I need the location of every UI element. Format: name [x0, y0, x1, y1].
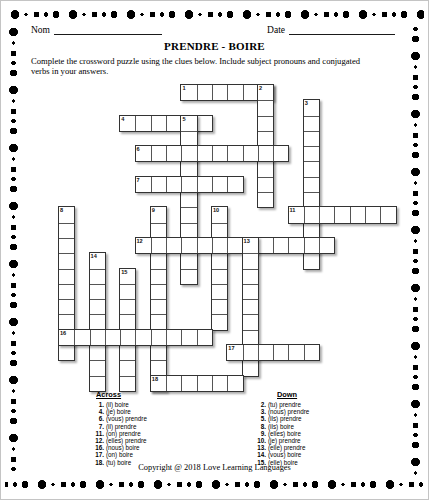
clue-item-text: (vous) prendre	[106, 415, 147, 422]
crossword-cell[interactable]	[90, 284, 105, 299]
crossword-cell[interactable]	[258, 131, 273, 146]
crossword-cell[interactable]	[59, 284, 74, 299]
word-12-across: 12	[135, 237, 336, 254]
crossword-cell[interactable]	[243, 269, 258, 284]
clue-item-number: 6.	[91, 415, 104, 422]
clue-item-number: 12.	[91, 437, 104, 444]
crossword-cell[interactable]	[304, 116, 319, 131]
crossword-cell[interactable]	[181, 177, 196, 192]
crossword-cell[interactable]	[151, 284, 166, 299]
crossword-cell[interactable]	[181, 269, 196, 284]
crossword-cell[interactable]	[59, 269, 74, 284]
crossword-cell[interactable]	[227, 146, 242, 161]
crossword-cell[interactable]: 5	[181, 116, 196, 131]
word-5-down: 5	[180, 115, 197, 285]
crossword-cell[interactable]	[197, 376, 212, 391]
crossword-cell[interactable]	[181, 146, 196, 161]
crossword-cell[interactable]	[181, 207, 196, 222]
clue-number: 12	[137, 238, 143, 245]
crossword-cell[interactable]	[212, 314, 227, 329]
clue-item-text: (elles) boire	[268, 430, 301, 437]
crossword-cell[interactable]: 18	[151, 376, 166, 391]
clue-item-text: (ils) prendre	[268, 415, 302, 422]
crossword-cell[interactable]	[181, 131, 196, 146]
crossword-cell[interactable]	[243, 345, 258, 360]
crossword-cell[interactable]	[120, 314, 135, 329]
date-label: Date	[267, 25, 285, 35]
crossword-cell[interactable]	[212, 253, 227, 268]
crossword-cell[interactable]	[197, 177, 212, 192]
crossword-cell[interactable]	[59, 253, 74, 268]
crossword-cell[interactable]: 12	[136, 238, 151, 253]
crossword-cell[interactable]: 7	[136, 177, 151, 192]
crossword-cell[interactable]	[258, 192, 273, 207]
crossword-cell[interactable]	[151, 116, 166, 131]
crossword-cell[interactable]	[227, 376, 242, 391]
instructions-line-2: verbs in your answers.	[31, 66, 399, 76]
clue-item-number: 5.	[253, 415, 266, 422]
crossword-cell[interactable]	[90, 360, 105, 375]
clue-item: 7.(il) prendre	[91, 423, 147, 430]
crossword-cell[interactable]	[181, 192, 196, 207]
crossword-cell[interactable]	[120, 345, 135, 360]
clue-item: 12.(elles) prendre	[91, 437, 147, 444]
clue-item: 2.(tu) prendre	[253, 401, 309, 408]
clue-item-text: (il) boire	[106, 401, 129, 408]
clue-number: 6	[137, 146, 140, 153]
crossword-cell[interactable]	[151, 269, 166, 284]
crossword-cell[interactable]	[181, 223, 196, 238]
crossword-cell[interactable]	[151, 238, 166, 253]
crossword-cell[interactable]	[350, 207, 365, 222]
crossword-cell[interactable]	[243, 314, 258, 329]
crossword-cell[interactable]	[273, 345, 288, 360]
decorative-dot-border-top	[5, 5, 424, 24]
crossword-cell[interactable]	[304, 253, 319, 268]
crossword-cell[interactable]	[258, 116, 273, 131]
crossword-cell[interactable]	[90, 345, 105, 360]
crossword-cell[interactable]	[212, 146, 227, 161]
word-10-down: 10	[211, 206, 228, 330]
crossword-cell[interactable]	[166, 376, 181, 391]
clue-item-text: (ils) boire	[268, 423, 294, 430]
clue-item-text: (nous) boire	[106, 444, 140, 451]
down-clues-column: Down 2.(tu) prendre3.(nous) prendre5.(il…	[253, 390, 309, 466]
crossword-cell[interactable]	[243, 253, 258, 268]
clue-item-number: 7.	[91, 423, 104, 430]
crossword-cell[interactable]	[243, 299, 258, 314]
clue-item-text: (on) prendre	[106, 430, 141, 437]
crossword-cell[interactable]	[212, 177, 227, 192]
crossword-cell[interactable]: 2	[258, 85, 273, 100]
crossword-cell[interactable]	[212, 238, 227, 253]
crossword-cell[interactable]	[197, 238, 212, 253]
crossword-cell[interactable]	[166, 330, 181, 345]
clue-item-text: (nous) prendre	[268, 408, 309, 415]
crossword-cell[interactable]	[181, 238, 196, 253]
crossword-cell[interactable]	[151, 314, 166, 329]
crossword-cell[interactable]	[151, 177, 166, 192]
clue-item: 1.(il) boire	[91, 401, 147, 408]
crossword-cell[interactable]	[59, 238, 74, 253]
clue-item: 9.(elles) boire	[253, 430, 309, 437]
word-17-across: 17	[226, 344, 320, 361]
crossword-cell[interactable]	[59, 345, 74, 360]
crossword-cell[interactable]: 14	[90, 253, 105, 268]
crossword-cell[interactable]	[365, 207, 380, 222]
clue-item-text: (je) prendre	[268, 437, 301, 444]
clue-number: 15	[121, 269, 127, 276]
crossword-cell[interactable]: 9	[151, 207, 166, 222]
clue-item: 17.(on) boire	[91, 451, 147, 458]
crossword-cell[interactable]	[243, 85, 258, 100]
crossword-cell[interactable]	[181, 253, 196, 268]
crossword-cell[interactable]	[120, 284, 135, 299]
clue-item: 4.(je) boire	[91, 408, 147, 415]
clue-item-number: 4.	[91, 408, 104, 415]
decorative-dot-border-left	[4, 22, 23, 476]
word-18-across: 18	[150, 375, 244, 392]
crossword-cell[interactable]	[166, 177, 181, 192]
crossword-cell[interactable]	[319, 238, 334, 253]
copyright-line: Copyright @ 2018 Love Learning Languages	[1, 463, 428, 472]
crossword-cell[interactable]	[135, 116, 150, 131]
crossword-cell[interactable]	[304, 207, 319, 222]
down-heading: Down	[277, 390, 309, 399]
clue-number: 4	[121, 116, 124, 123]
crossword-cell[interactable]	[90, 330, 105, 345]
crossword-cell[interactable]	[120, 299, 135, 314]
crossword-cell[interactable]	[151, 253, 166, 268]
crossword-cell[interactable]	[304, 177, 319, 192]
instructions: Complete the crossword puzzle using the …	[31, 56, 399, 77]
crossword-cell[interactable]	[120, 330, 135, 345]
decorative-dot-border-right	[406, 22, 425, 476]
clue-number: 14	[91, 253, 97, 260]
crossword-cell[interactable]	[380, 207, 395, 222]
crossword-cell[interactable]: 13	[243, 238, 258, 253]
crossword-cell[interactable]	[227, 177, 242, 192]
across-clue-list: 1.(il) boire4.(je) boire6.(vous) prendre…	[91, 401, 147, 466]
clue-item: 3.(nous) prendre	[253, 408, 309, 415]
word-11-across: 11	[288, 206, 397, 223]
decorative-dot-border-bottom	[5, 475, 424, 494]
crossword-cell[interactable]	[74, 330, 89, 345]
across-clues-column: Across 1.(il) boire4.(je) boire6.(vous) …	[91, 390, 147, 466]
across-heading: Across	[96, 390, 147, 399]
clue-item: 8.(ils) boire	[253, 423, 309, 430]
crossword-cell[interactable]: 6	[136, 146, 151, 161]
clue-item-number: 1.	[91, 401, 104, 408]
clue-item-number: 13.	[253, 444, 266, 451]
crossword-cell[interactable]	[243, 284, 258, 299]
crossword-cell[interactable]: 4	[120, 116, 135, 131]
crossword-cell[interactable]	[151, 299, 166, 314]
clue-number: 8	[60, 207, 63, 214]
crossword-cell[interactable]	[212, 376, 227, 391]
word-14-down: 14	[89, 252, 106, 392]
crossword-cell[interactable]	[59, 223, 74, 238]
crossword-cell[interactable]	[258, 146, 273, 161]
clue-item: 6.(vous) prendre	[91, 415, 147, 422]
clue-item: 10.(je) prendre	[253, 437, 309, 444]
crossword-cell[interactable]	[105, 330, 120, 345]
clue-item: 11.(on) prendre	[91, 430, 147, 437]
crossword-cell[interactable]	[227, 85, 242, 100]
clue-number: 17	[228, 345, 234, 352]
crossword-cell[interactable]	[258, 345, 273, 360]
crossword-cell[interactable]	[212, 223, 227, 238]
crossword-cell[interactable]	[166, 116, 181, 131]
date-field: Date	[267, 24, 395, 35]
crossword-cell[interactable]	[197, 146, 212, 161]
crossword-cell[interactable]	[212, 85, 227, 100]
worksheet-title: PRENDRE - BOIRE	[1, 40, 428, 52]
clue-item-text: (il) prendre	[106, 423, 136, 430]
clue-item: 14.(vous) boire	[253, 451, 309, 458]
crossword-cell[interactable]	[273, 238, 288, 253]
clue-item-number: 2.	[253, 401, 266, 408]
clue-number: 13	[244, 238, 250, 245]
crossword-cell[interactable]	[243, 360, 258, 375]
clue-number: 5	[182, 116, 185, 123]
clue-item-text: (je) boire	[106, 408, 131, 415]
crossword-cell[interactable]	[304, 238, 319, 253]
crossword-cell[interactable]	[197, 85, 212, 100]
crossword-cell[interactable]	[151, 146, 166, 161]
word-4-across: 4	[119, 115, 213, 132]
clue-item-number: 16.	[91, 444, 104, 451]
crossword-cell[interactable]	[90, 269, 105, 284]
crossword-cell[interactable]	[120, 376, 135, 391]
instructions-line-1: Complete the crossword puzzle using the …	[31, 56, 399, 66]
nom-label: Nom	[31, 25, 50, 35]
crossword-cell[interactable]: 15	[120, 269, 135, 284]
crossword-cell[interactable]	[166, 238, 181, 253]
crossword-cell[interactable]	[243, 330, 258, 345]
crossword-cell[interactable]	[90, 314, 105, 329]
crossword-cell[interactable]: 1	[181, 85, 196, 100]
clue-number: 16	[60, 330, 66, 337]
clue-number: 11	[290, 207, 296, 214]
crossword-cell[interactable]	[181, 376, 196, 391]
clue-item: 13.(elle) prendre	[253, 444, 309, 451]
crossword-cell[interactable]	[59, 314, 74, 329]
crossword-cell[interactable]	[288, 238, 303, 253]
crossword-cell[interactable]: 10	[212, 207, 227, 222]
crossword-cell[interactable]: 3	[304, 100, 319, 115]
clue-number: 7	[137, 177, 140, 184]
crossword-cell[interactable]	[135, 330, 150, 345]
crossword-cell[interactable]	[59, 299, 74, 314]
worksheet-page: Nom Date PRENDRE - BOIRE Complete the cr…	[0, 0, 429, 500]
nom-blank-line[interactable]	[54, 24, 162, 35]
crossword-cell[interactable]	[227, 238, 242, 253]
crossword-cell[interactable]: 8	[59, 207, 74, 222]
crossword-cell[interactable]	[258, 161, 273, 176]
crossword-cell[interactable]	[304, 131, 319, 146]
crossword-cell[interactable]	[197, 116, 212, 131]
clue-number: 2	[259, 85, 262, 92]
crossword-cell[interactable]	[181, 161, 196, 176]
clue-number: 9	[152, 207, 155, 214]
clue-item-text: (on) boire	[106, 451, 133, 458]
clue-item: 16.(nous) boire	[91, 444, 147, 451]
crossword-cell[interactable]	[243, 146, 258, 161]
crossword-grid: 123456789101112131415161718	[58, 84, 398, 392]
header-row: Nom Date	[31, 24, 395, 35]
crossword-cell[interactable]: 17	[227, 345, 242, 360]
word-9-down: 9	[150, 206, 167, 392]
clue-item-number: 9.	[253, 430, 266, 437]
crossword-cell[interactable]	[304, 146, 319, 161]
clue-item-text: (vous) boire	[268, 451, 301, 458]
crossword-cell[interactable]	[258, 177, 273, 192]
clue-item-number: 8.	[253, 423, 266, 430]
crossword-cell[interactable]	[212, 299, 227, 314]
crossword-cell[interactable]	[273, 146, 288, 161]
crossword-cell[interactable]	[151, 345, 166, 360]
crossword-cell[interactable]	[212, 284, 227, 299]
crossword-cell[interactable]	[304, 345, 319, 360]
crossword-cell[interactable]	[166, 146, 181, 161]
crossword-cell[interactable]	[258, 238, 273, 253]
word-7-across: 7	[135, 176, 244, 193]
clue-number: 3	[305, 100, 308, 107]
crossword-cell[interactable]	[181, 330, 196, 345]
clue-item-text: (tu) prendre	[268, 401, 301, 408]
word-6-across: 6	[135, 145, 290, 162]
crossword-cell[interactable]: 16	[59, 330, 74, 345]
crossword-cell[interactable]	[151, 360, 166, 375]
clue-item-text: (elle) prendre	[268, 444, 305, 451]
crossword-cell[interactable]	[197, 330, 212, 345]
clue-item-number: 3.	[253, 408, 266, 415]
date-blank-line[interactable]	[289, 24, 395, 35]
crossword-cell[interactable]	[334, 207, 349, 222]
crossword-cell[interactable]: 11	[289, 207, 304, 222]
crossword-cell[interactable]	[120, 360, 135, 375]
clue-item: 5.(ils) prendre	[253, 415, 309, 422]
nom-field: Nom	[31, 24, 162, 35]
crossword-cell[interactable]	[304, 223, 319, 238]
clue-item-number: 10.	[253, 437, 266, 444]
clue-item-number: 11.	[91, 430, 104, 437]
down-clue-list: 2.(tu) prendre3.(nous) prendre5.(ils) pr…	[253, 401, 309, 466]
crossword-cell[interactable]	[304, 161, 319, 176]
word-16-across: 16	[58, 329, 213, 346]
crossword-cell[interactable]	[288, 345, 303, 360]
crossword-cell[interactable]	[304, 192, 319, 207]
crossword-cell[interactable]	[319, 207, 334, 222]
crossword-cell[interactable]	[151, 223, 166, 238]
clue-item-number: 17.	[91, 451, 104, 458]
clue-number: 1	[182, 85, 185, 92]
clue-number: 18	[152, 376, 158, 383]
clue-number: 10	[213, 207, 219, 214]
crossword-cell[interactable]	[258, 100, 273, 115]
crossword-cell[interactable]	[151, 330, 166, 345]
crossword-cell[interactable]	[90, 376, 105, 391]
clue-item-text: (elles) prendre	[106, 437, 147, 444]
crossword-cell[interactable]	[90, 299, 105, 314]
clue-item-number: 14.	[253, 451, 266, 458]
crossword-cell[interactable]	[212, 269, 227, 284]
